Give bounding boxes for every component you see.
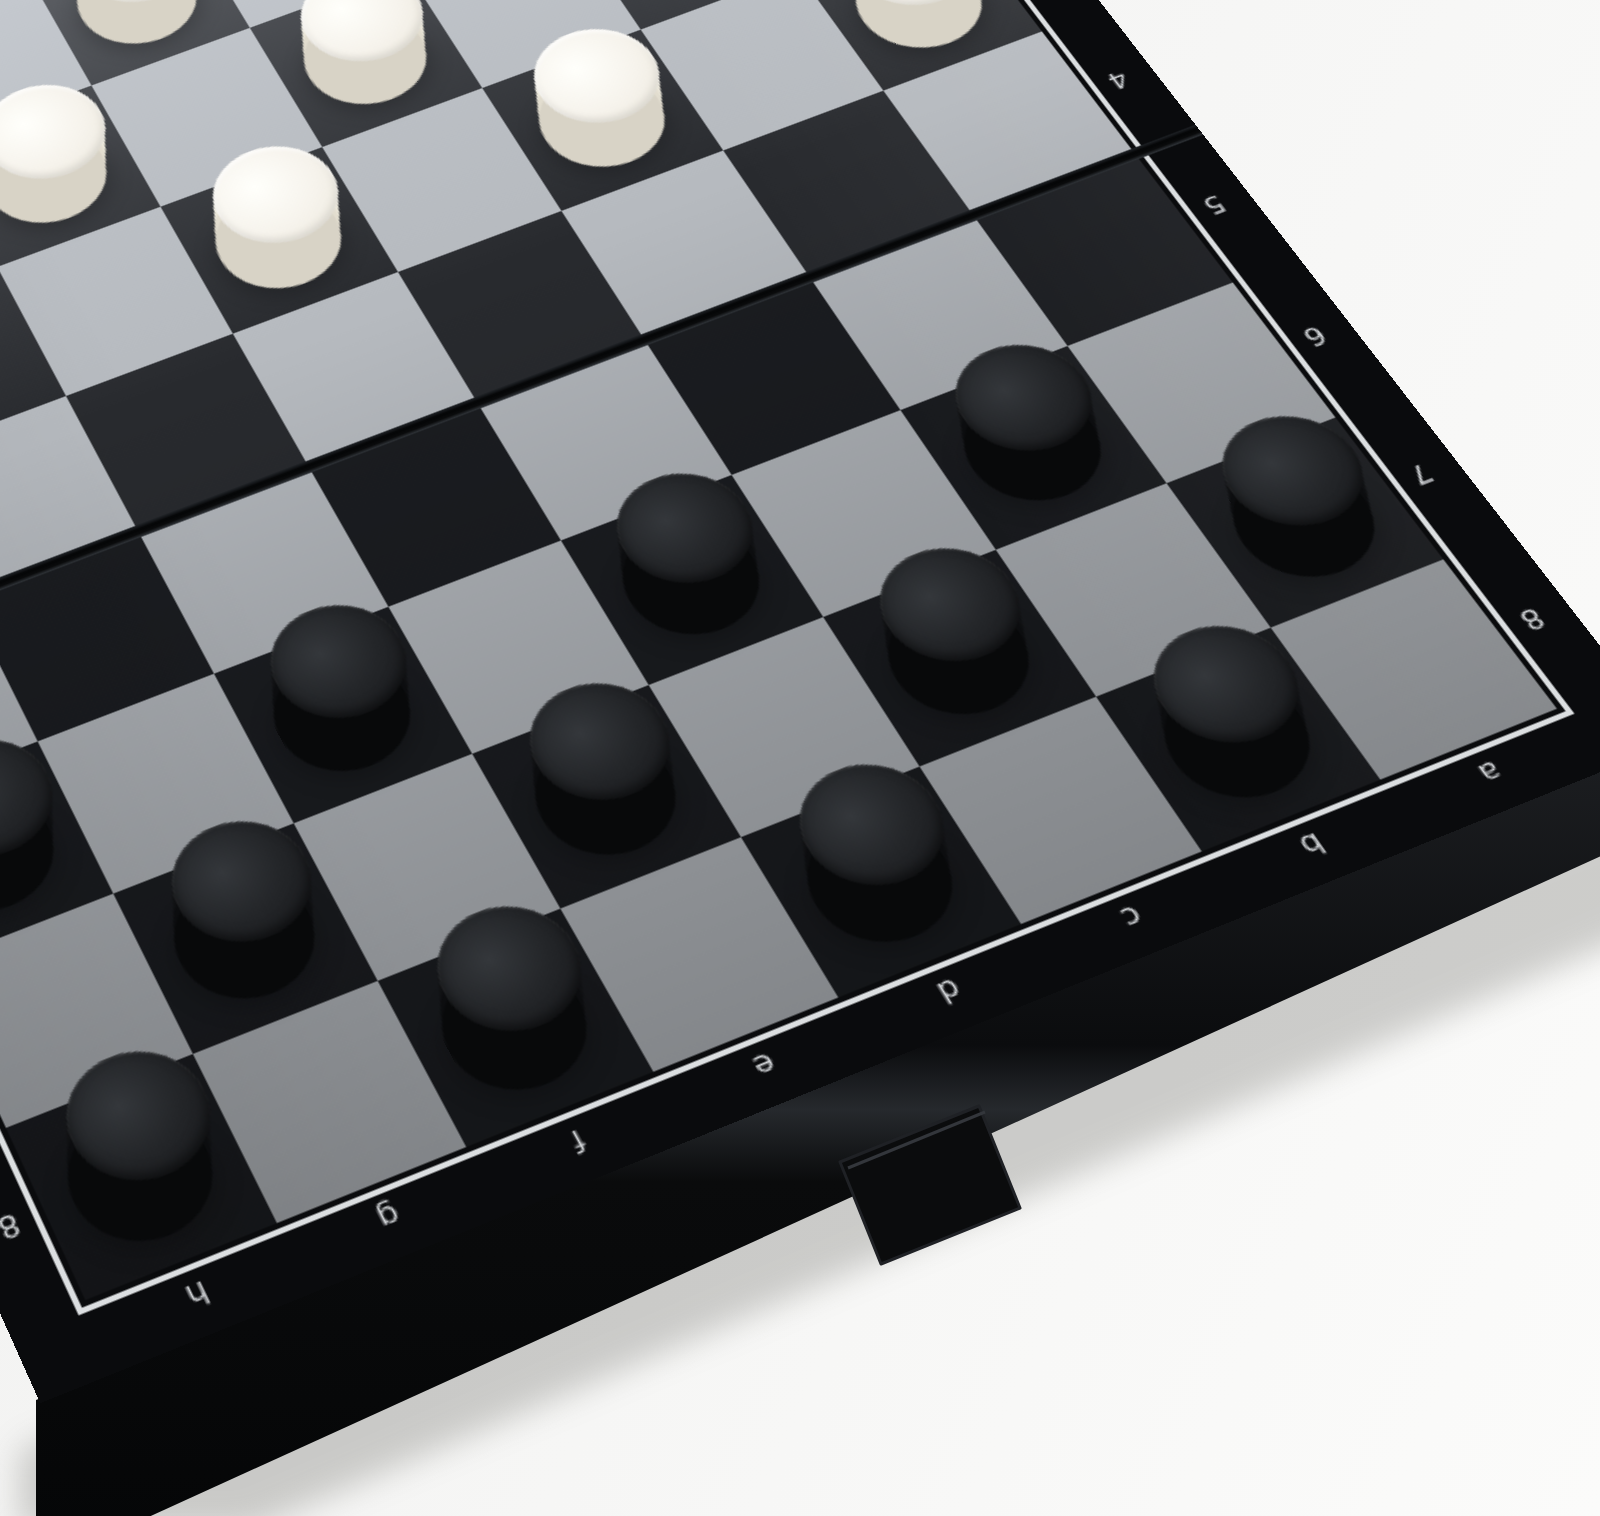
white-checker-d2[interactable] xyxy=(284,0,447,120)
white-checker-e1[interactable] xyxy=(59,0,216,59)
black-checker-f8[interactable] xyxy=(418,943,611,1110)
black-checker-d6[interactable] xyxy=(600,506,784,653)
black-checker-g7[interactable] xyxy=(152,857,337,1018)
black-checker-h8[interactable] xyxy=(46,1090,236,1262)
black-checker-c7[interactable] xyxy=(863,581,1054,733)
black-checker-d8[interactable] xyxy=(782,800,978,962)
white-checker-c3[interactable] xyxy=(518,56,687,183)
photo-scene: abcdefgh1122334455667788 xyxy=(0,0,1600,1516)
white-checker-e3[interactable] xyxy=(196,174,362,305)
white-checker-f2[interactable] xyxy=(0,112,126,239)
white-checker-a3[interactable] xyxy=(834,0,1005,64)
black-checker-a7[interactable] xyxy=(1207,448,1401,595)
black-checker-b6[interactable] xyxy=(940,376,1126,519)
black-checker-e7[interactable] xyxy=(512,718,700,874)
black-checker-b8[interactable] xyxy=(1138,660,1337,817)
black-checker-f6[interactable] xyxy=(252,638,433,790)
black-checker-h6[interactable] xyxy=(0,774,75,930)
